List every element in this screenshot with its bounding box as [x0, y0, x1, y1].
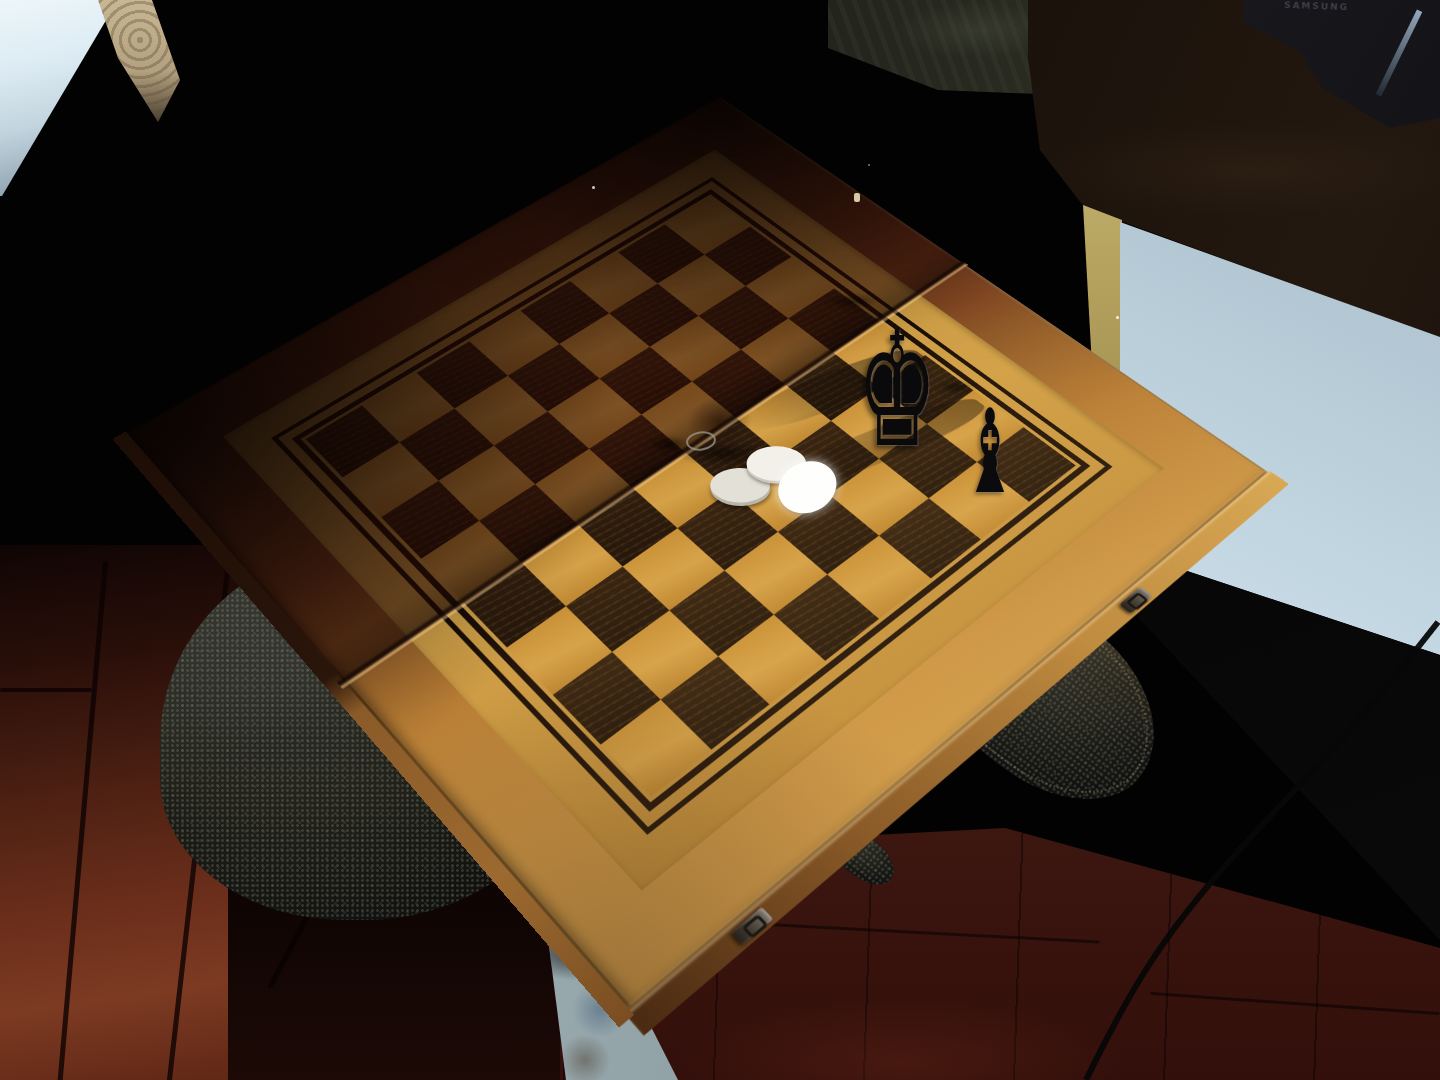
black-king-glyph: ♚: [857, 310, 937, 470]
checkers-contact-shadow: [648, 436, 690, 452]
pieces-layer: ♚ ♝ ● ● ●: [0, 0, 1440, 1080]
dust-speck: [592, 186, 595, 189]
scene: SAMSUNG: [0, 0, 1440, 1080]
king-bone-finial: [854, 193, 860, 202]
dust-speck: [868, 164, 870, 166]
dust-speck: [1116, 316, 1119, 319]
black-bishop-glyph: ♝: [963, 394, 1017, 510]
